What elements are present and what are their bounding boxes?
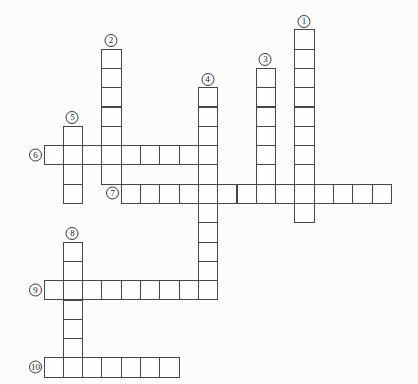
- crossword-cell-r10c9[interactable]: [198, 203, 218, 223]
- crossword-cell-r7c3[interactable]: [82, 145, 102, 165]
- crossword-cell-r11c9[interactable]: [198, 222, 218, 242]
- crossword-board: 12345678910: [0, 0, 418, 384]
- crossword-cell-r9c17[interactable]: [352, 184, 372, 204]
- crossword-cell-r2c14[interactable]: [294, 49, 314, 69]
- crossword-cell-r9c14[interactable]: [294, 184, 314, 204]
- crossword-cell-r5c4[interactable]: [101, 107, 121, 127]
- crossword-cell-r18c6[interactable]: [140, 357, 160, 377]
- crossword-cell-r12c2[interactable]: [63, 242, 83, 262]
- crossword-cell-r7c8[interactable]: [179, 145, 199, 165]
- crossword-cell-r4c12[interactable]: [256, 87, 276, 107]
- crossword-cell-r3c4[interactable]: [101, 68, 121, 88]
- crossword-cell-r13c2[interactable]: [63, 261, 83, 281]
- crossword-cell-r8c4[interactable]: [101, 164, 121, 184]
- crossword-cell-r6c9[interactable]: [198, 126, 218, 146]
- crossword-cell-r7c6[interactable]: [140, 145, 160, 165]
- crossword-cell-r9c12[interactable]: [256, 184, 276, 204]
- crossword-cell-r9c15[interactable]: [314, 184, 334, 204]
- crossword-cell-r3c12[interactable]: [256, 68, 276, 88]
- clue-number-9: 9: [29, 283, 42, 296]
- crossword-cell-r9c13[interactable]: [275, 184, 295, 204]
- crossword-cell-r18c5[interactable]: [121, 357, 141, 377]
- clue-number-8: 8: [66, 227, 79, 240]
- crossword-cell-r8c12[interactable]: [256, 164, 276, 184]
- crossword-cell-r18c2[interactable]: [63, 357, 83, 377]
- clue-number-2: 2: [105, 34, 118, 47]
- crossword-cell-r8c2[interactable]: [63, 164, 83, 184]
- clue-number-6: 6: [29, 148, 42, 161]
- crossword-cell-r3c14[interactable]: [294, 68, 314, 88]
- crossword-cell-r18c7[interactable]: [159, 357, 179, 377]
- crossword-cell-r17c2[interactable]: [63, 338, 83, 358]
- crossword-cell-r6c4[interactable]: [101, 126, 121, 146]
- crossword-cell-r9c8[interactable]: [179, 184, 199, 204]
- crossword-cell-r15c2[interactable]: [63, 300, 83, 320]
- crossword-cell-r10c14[interactable]: [294, 203, 314, 223]
- crossword-cell-r9c2[interactable]: [63, 184, 83, 204]
- crossword-cell-r7c12[interactable]: [256, 145, 276, 165]
- crossword-cell-r14c8[interactable]: [179, 280, 199, 300]
- crossword-cell-r14c3[interactable]: [82, 280, 102, 300]
- crossword-cell-r9c18[interactable]: [372, 184, 392, 204]
- crossword-cell-r5c12[interactable]: [256, 107, 276, 127]
- crossword-cell-r5c9[interactable]: [198, 107, 218, 127]
- crossword-cell-r18c1[interactable]: [44, 357, 64, 377]
- crossword-cell-r4c9[interactable]: [198, 87, 218, 107]
- crossword-cell-r9c7[interactable]: [159, 184, 179, 204]
- crossword-cell-r7c1[interactable]: [44, 145, 64, 165]
- clue-number-10: 10: [29, 361, 42, 374]
- crossword-cell-r8c14[interactable]: [294, 164, 314, 184]
- crossword-cell-r7c4[interactable]: [101, 145, 121, 165]
- crossword-cell-r14c7[interactable]: [159, 280, 179, 300]
- crossword-cell-r13c9[interactable]: [198, 261, 218, 281]
- crossword-cell-r9c10[interactable]: [217, 184, 237, 204]
- crossword-cell-r9c16[interactable]: [333, 184, 353, 204]
- crossword-cell-r14c6[interactable]: [140, 280, 160, 300]
- crossword-cell-r14c1[interactable]: [44, 280, 64, 300]
- crossword-cell-r7c2[interactable]: [63, 145, 83, 165]
- crossword-cell-r6c12[interactable]: [256, 126, 276, 146]
- clue-number-5: 5: [66, 111, 79, 124]
- crossword-cell-r7c7[interactable]: [159, 145, 179, 165]
- clue-number-4: 4: [201, 73, 214, 86]
- crossword-cell-r7c5[interactable]: [121, 145, 141, 165]
- crossword-cell-r16c2[interactable]: [63, 319, 83, 339]
- crossword-cell-r9c6[interactable]: [140, 184, 160, 204]
- crossword-cell-r9c9[interactable]: [198, 184, 218, 204]
- clue-number-3: 3: [259, 53, 272, 66]
- crossword-cell-r8c9[interactable]: [198, 164, 218, 184]
- crossword-cell-r7c9[interactable]: [198, 145, 218, 165]
- crossword-cell-r1c14[interactable]: [294, 29, 314, 49]
- crossword-cell-r12c9[interactable]: [198, 242, 218, 262]
- clue-number-1: 1: [298, 15, 311, 28]
- crossword-cell-r6c14[interactable]: [294, 126, 314, 146]
- crossword-cell-r6c2[interactable]: [63, 126, 83, 146]
- crossword-cell-r14c2[interactable]: [63, 280, 83, 300]
- crossword-cell-r4c4[interactable]: [101, 87, 121, 107]
- crossword-cell-r14c5[interactable]: [121, 280, 141, 300]
- crossword-cell-r5c14[interactable]: [294, 107, 314, 127]
- crossword-cell-r18c3[interactable]: [82, 357, 102, 377]
- crossword-cell-r14c4[interactable]: [101, 280, 121, 300]
- clue-number-7: 7: [106, 187, 119, 200]
- crossword-cell-r14c9[interactable]: [198, 280, 218, 300]
- crossword-cell-r9c11[interactable]: [237, 184, 257, 204]
- crossword-cell-r2c4[interactable]: [101, 49, 121, 69]
- crossword-cell-r18c4[interactable]: [101, 357, 121, 377]
- crossword-cell-r4c14[interactable]: [294, 87, 314, 107]
- crossword-cell-r9c5[interactable]: [121, 184, 141, 204]
- crossword-cell-r7c14[interactable]: [294, 145, 314, 165]
